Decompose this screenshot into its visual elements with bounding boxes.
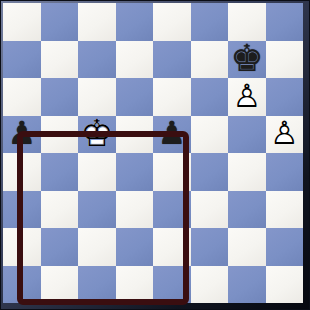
piece-white-king[interactable]: ♚♔: [80, 115, 113, 152]
square-f8[interactable]: [191, 3, 229, 41]
square-g2[interactable]: [228, 228, 266, 266]
square-h5[interactable]: ♟♙: [266, 116, 304, 154]
square-b6[interactable]: [41, 78, 79, 116]
piece-black-pawn[interactable]: ♟: [7, 117, 36, 149]
square-c3[interactable]: [78, 191, 116, 229]
square-a1[interactable]: [3, 266, 41, 304]
square-b8[interactable]: [41, 3, 79, 41]
square-c2[interactable]: [78, 228, 116, 266]
square-d8[interactable]: [116, 3, 154, 41]
square-a7[interactable]: [3, 41, 41, 79]
square-b2[interactable]: [41, 228, 79, 266]
square-g7[interactable]: ♚: [228, 41, 266, 79]
piece-black-king[interactable]: ♚: [230, 40, 263, 77]
square-f1[interactable]: [191, 266, 229, 304]
square-a5[interactable]: ♟: [3, 116, 41, 154]
square-g6[interactable]: ♟♙: [228, 78, 266, 116]
white-pawn-outline: ♙: [270, 117, 299, 149]
square-f3[interactable]: [191, 191, 229, 229]
square-g1[interactable]: [228, 266, 266, 304]
square-b4[interactable]: [41, 153, 79, 191]
square-d4[interactable]: [116, 153, 154, 191]
square-d5[interactable]: [116, 116, 154, 154]
piece-white-pawn[interactable]: ♟♙: [232, 80, 261, 112]
square-e5[interactable]: ♟: [153, 116, 191, 154]
square-e4[interactable]: [153, 153, 191, 191]
square-e1[interactable]: [153, 266, 191, 304]
chess-board: ♚♟♙♟♚♔♟♟♙: [3, 3, 303, 303]
square-h1[interactable]: [266, 266, 304, 304]
piece-black-pawn[interactable]: ♟: [157, 117, 186, 149]
square-a4[interactable]: [3, 153, 41, 191]
square-h3[interactable]: [266, 191, 304, 229]
black-pawn-glyph: ♟: [157, 117, 186, 149]
square-d1[interactable]: [116, 266, 154, 304]
square-e3[interactable]: [153, 191, 191, 229]
square-e8[interactable]: [153, 3, 191, 41]
black-pawn-glyph: ♟: [7, 117, 36, 149]
chess-board-frame: ♚♟♙♟♚♔♟♟♙: [0, 0, 310, 310]
square-g5[interactable]: [228, 116, 266, 154]
square-b7[interactable]: [41, 41, 79, 79]
square-e7[interactable]: [153, 41, 191, 79]
square-c8[interactable]: [78, 3, 116, 41]
square-h8[interactable]: [266, 3, 304, 41]
square-d2[interactable]: [116, 228, 154, 266]
square-c6[interactable]: [78, 78, 116, 116]
square-d3[interactable]: [116, 191, 154, 229]
square-g3[interactable]: [228, 191, 266, 229]
square-d6[interactable]: [116, 78, 154, 116]
square-f7[interactable]: [191, 41, 229, 79]
square-f2[interactable]: [191, 228, 229, 266]
square-a8[interactable]: [3, 3, 41, 41]
square-f4[interactable]: [191, 153, 229, 191]
square-e6[interactable]: [153, 78, 191, 116]
square-d7[interactable]: [116, 41, 154, 79]
square-h7[interactable]: [266, 41, 304, 79]
square-h4[interactable]: [266, 153, 304, 191]
square-e2[interactable]: [153, 228, 191, 266]
square-b3[interactable]: [41, 191, 79, 229]
square-b1[interactable]: [41, 266, 79, 304]
black-king-glyph: ♚: [230, 40, 263, 77]
white-king-outline: ♔: [80, 115, 113, 152]
square-c4[interactable]: [78, 153, 116, 191]
square-b5[interactable]: [41, 116, 79, 154]
piece-white-pawn[interactable]: ♟♙: [270, 117, 299, 149]
square-g4[interactable]: [228, 153, 266, 191]
square-f6[interactable]: [191, 78, 229, 116]
square-c7[interactable]: [78, 41, 116, 79]
square-g8[interactable]: [228, 3, 266, 41]
square-a3[interactable]: [3, 191, 41, 229]
square-h2[interactable]: [266, 228, 304, 266]
white-pawn-outline: ♙: [232, 80, 261, 112]
square-h6[interactable]: [266, 78, 304, 116]
square-c1[interactable]: [78, 266, 116, 304]
square-c5[interactable]: ♚♔: [78, 116, 116, 154]
square-a6[interactable]: [3, 78, 41, 116]
square-a2[interactable]: [3, 228, 41, 266]
square-f5[interactable]: [191, 116, 229, 154]
